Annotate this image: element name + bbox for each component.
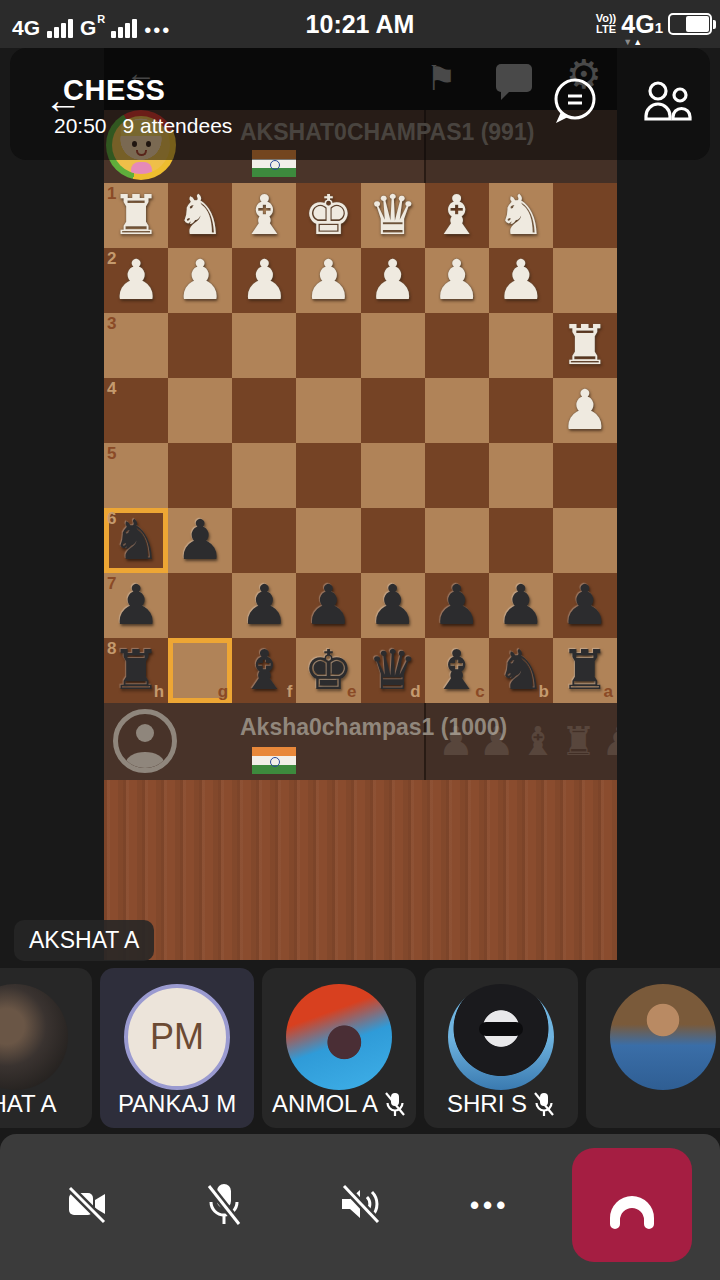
square-g7	[168, 573, 232, 638]
black-pawn-a7: ♟	[553, 573, 617, 638]
square-a2	[553, 248, 617, 313]
black-pawn-b7: ♟	[489, 573, 553, 638]
white-pawn-c2: ♟	[425, 248, 489, 313]
black-pawn-g6: ♟	[168, 508, 232, 573]
rank-label: 3	[107, 314, 116, 334]
call-duration: 20:50	[54, 114, 107, 138]
square-h2: 2♟	[104, 248, 168, 313]
meeting-subtitle: 20:50 9 attendees	[54, 114, 232, 138]
white-pawn-a4: ♟	[553, 378, 617, 443]
black-bishop-c8: ♝	[425, 638, 489, 703]
call-stage: ← ⚑ ⚙ AKSHAT0CHAMPAS1 (991) 1♜♞♝♚♛♝♞2♟♟♟…	[0, 48, 720, 968]
mic-off-icon	[384, 1091, 406, 1117]
white-rook-h1: ♜	[104, 183, 168, 248]
presenter-name-badge: AKSHAT A	[14, 920, 154, 961]
phone-screen: 4G GR ••• 10:21 AM Vo))LTE 4G1 ▼▲ ← ⚑ ⚙	[0, 0, 720, 1280]
square-e6	[296, 508, 360, 573]
square-e1: ♚	[296, 183, 360, 248]
square-f2: ♟	[232, 248, 296, 313]
black-rook-h8: ♜	[104, 638, 168, 703]
chat-bubble-icon[interactable]	[548, 76, 600, 132]
volte-icon: Vo))LTE	[596, 13, 617, 35]
battery-icon	[668, 13, 712, 35]
square-a1	[553, 183, 617, 248]
square-g5	[168, 443, 232, 508]
black-knight-h6: ♞	[104, 508, 168, 573]
white-queen-d1: ♛	[361, 183, 425, 248]
avatar	[286, 984, 392, 1090]
participant-name: SHRI S	[447, 1090, 527, 1118]
white-pawn-d2: ♟	[361, 248, 425, 313]
square-h3: 3	[104, 313, 168, 378]
square-b1: ♞	[489, 183, 553, 248]
square-c8: c♝	[425, 638, 489, 703]
rank-label: 5	[107, 444, 116, 464]
square-f6	[232, 508, 296, 573]
square-d8: d♛	[361, 638, 425, 703]
participant-name: PANKAJ M	[118, 1090, 236, 1118]
square-e3	[296, 313, 360, 378]
square-g4	[168, 378, 232, 443]
black-rook-a8: ♜	[553, 638, 617, 703]
square-h4: 4	[104, 378, 168, 443]
square-a5	[553, 443, 617, 508]
square-a3: ♜	[553, 313, 617, 378]
participant-name: ANMOL A	[272, 1090, 378, 1118]
square-h1: 1♜	[104, 183, 168, 248]
square-c5	[425, 443, 489, 508]
square-e2: ♟	[296, 248, 360, 313]
avatar	[0, 984, 68, 1090]
square-b7: ♟	[489, 573, 553, 638]
player-avatar-icon	[113, 709, 177, 773]
square-g8: g	[168, 638, 232, 703]
avatar	[448, 984, 554, 1090]
network-type-indicator: 4G1 ▼▲	[621, 10, 663, 39]
square-b5	[489, 443, 553, 508]
square-h6: 6♞	[104, 508, 168, 573]
square-c1: ♝	[425, 183, 489, 248]
square-h8: 8h♜	[104, 638, 168, 703]
square-g1: ♞	[168, 183, 232, 248]
white-knight-g1: ♞	[168, 183, 232, 248]
square-b3	[489, 313, 553, 378]
square-d7: ♟	[361, 573, 425, 638]
white-pawn-f2: ♟	[232, 248, 296, 313]
screen-share-view[interactable]: ← ⚑ ⚙ AKSHAT0CHAMPAS1 (991) 1♜♞♝♚♛♝♞2♟♟♟…	[104, 48, 617, 960]
avatar	[610, 984, 716, 1090]
square-b8: b♞	[489, 638, 553, 703]
square-a8: a♜	[553, 638, 617, 703]
square-b2: ♟	[489, 248, 553, 313]
avatar-initials: PM	[124, 984, 230, 1090]
square-d5	[361, 443, 425, 508]
square-d2: ♟	[361, 248, 425, 313]
black-king-e8: ♚	[296, 638, 360, 703]
square-d3	[361, 313, 425, 378]
white-bishop-f1: ♝	[232, 183, 296, 248]
camera-off-button[interactable]	[64, 1180, 112, 1228]
black-pawn-h7: ♟	[104, 573, 168, 638]
wood-background	[104, 780, 617, 960]
square-d6	[361, 508, 425, 573]
square-c7: ♟	[425, 573, 489, 638]
call-header: ← CHESS 20:50 9 attendees	[10, 48, 710, 160]
file-label: g	[218, 682, 228, 702]
white-pawn-b2: ♟	[489, 248, 553, 313]
square-b6	[489, 508, 553, 573]
square-f1: ♝	[232, 183, 296, 248]
white-king-e1: ♚	[296, 183, 360, 248]
chess-board: 1♜♞♝♚♛♝♞2♟♟♟♟♟♟♟3♜4♟56♞♟7♟♟♟♟♟♟♟8h♜gf♝e♚…	[104, 183, 617, 703]
black-pawn-f7: ♟	[232, 573, 296, 638]
meeting-title: CHESS	[63, 74, 165, 107]
square-a7: ♟	[553, 573, 617, 638]
square-a6	[553, 508, 617, 573]
speaker-off-button[interactable]	[336, 1180, 384, 1228]
square-c2: ♟	[425, 248, 489, 313]
square-e5	[296, 443, 360, 508]
square-c6	[425, 508, 489, 573]
rank-label: 4	[107, 379, 116, 399]
black-bishop-f8: ♝	[232, 638, 296, 703]
square-h5: 5	[104, 443, 168, 508]
white-bishop-c1: ♝	[425, 183, 489, 248]
people-icon[interactable]	[643, 81, 693, 129]
attendee-count[interactable]: 9 attendees	[123, 114, 233, 138]
participant-tile-akshat[interactable]: SHAT A	[0, 968, 92, 1128]
black-knight-b8: ♞	[489, 638, 553, 703]
white-pawn-g2: ♟	[168, 248, 232, 313]
black-pawn-c7: ♟	[425, 573, 489, 638]
square-g3	[168, 313, 232, 378]
square-f5	[232, 443, 296, 508]
black-pawn-d7: ♟	[361, 573, 425, 638]
participant-tile-5[interactable]	[586, 968, 720, 1128]
square-g6: ♟	[168, 508, 232, 573]
participant-tile-pankaj[interactable]: PM PANKAJ M	[100, 968, 254, 1128]
square-e4	[296, 378, 360, 443]
mic-off-icon	[533, 1091, 555, 1117]
square-d1: ♛	[361, 183, 425, 248]
captured-pieces-tray: ♟♟♝♜♟♞	[438, 717, 617, 765]
player-banner: Aksha0champas1 (1000) ♟♟♝♜♟♞	[104, 703, 617, 780]
square-f7: ♟	[232, 573, 296, 638]
participant-tile-shri[interactable]: SHRI S	[424, 968, 578, 1128]
square-e7: ♟	[296, 573, 360, 638]
india-flag-icon	[252, 747, 296, 774]
white-rook-a3: ♜	[553, 313, 617, 378]
square-f3	[232, 313, 296, 378]
mic-off-button[interactable]	[200, 1180, 248, 1228]
square-f4	[232, 378, 296, 443]
hang-up-button[interactable]	[572, 1148, 692, 1262]
square-c4	[425, 378, 489, 443]
white-knight-b1: ♞	[489, 183, 553, 248]
call-toolbar: •••	[0, 1134, 720, 1280]
square-e8: e♚	[296, 638, 360, 703]
square-b4	[489, 378, 553, 443]
square-a4: ♟	[553, 378, 617, 443]
black-pawn-e7: ♟	[296, 573, 360, 638]
more-options-button[interactable]: •••	[470, 1190, 509, 1221]
participant-name: SHAT A	[0, 1090, 57, 1118]
participant-tile-anmol[interactable]: ANMOL A	[262, 968, 416, 1128]
white-pawn-e2: ♟	[296, 248, 360, 313]
black-queen-d8: ♛	[361, 638, 425, 703]
white-pawn-h2: ♟	[104, 248, 168, 313]
square-h7: 7♟	[104, 573, 168, 638]
participant-strip: SHAT A PM PANKAJ M ANMOL A SHRI S	[0, 968, 720, 1128]
status-bar: 4G GR ••• 10:21 AM Vo))LTE 4G1 ▼▲	[0, 0, 720, 48]
square-c3	[425, 313, 489, 378]
square-d4	[361, 378, 425, 443]
square-g2: ♟	[168, 248, 232, 313]
square-f8: f♝	[232, 638, 296, 703]
